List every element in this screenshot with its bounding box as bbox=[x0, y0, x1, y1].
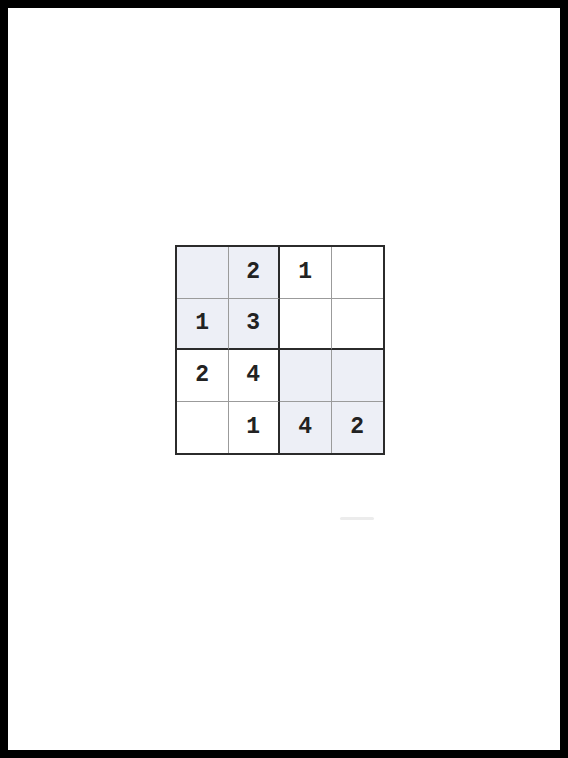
cell-r3c2[interactable]: 4 bbox=[229, 350, 281, 402]
cell-r2c2[interactable]: 3 bbox=[229, 299, 281, 351]
cell-r4c4[interactable]: 2 bbox=[332, 402, 384, 454]
cell-r3c1[interactable]: 2 bbox=[177, 350, 229, 402]
cell-r1c1[interactable] bbox=[177, 247, 229, 299]
cell-r3c4[interactable] bbox=[332, 350, 384, 402]
cell-r1c2[interactable]: 2 bbox=[229, 247, 281, 299]
worksheet-page: 2 1 1 3 2 4 1 4 2 bbox=[0, 0, 568, 758]
cell-r2c4[interactable] bbox=[332, 299, 384, 351]
scan-artifact bbox=[340, 517, 374, 520]
cell-r1c4[interactable] bbox=[332, 247, 384, 299]
cell-r4c1[interactable] bbox=[177, 402, 229, 454]
cell-r3c3[interactable] bbox=[280, 350, 332, 402]
cell-r4c3[interactable]: 4 bbox=[280, 402, 332, 454]
cell-r2c1[interactable]: 1 bbox=[177, 299, 229, 351]
cell-r4c2[interactable]: 1 bbox=[229, 402, 281, 454]
sudoku-board: 2 1 1 3 2 4 1 4 2 bbox=[175, 245, 385, 455]
cell-r2c3[interactable] bbox=[280, 299, 332, 351]
cell-r1c3[interactable]: 1 bbox=[280, 247, 332, 299]
